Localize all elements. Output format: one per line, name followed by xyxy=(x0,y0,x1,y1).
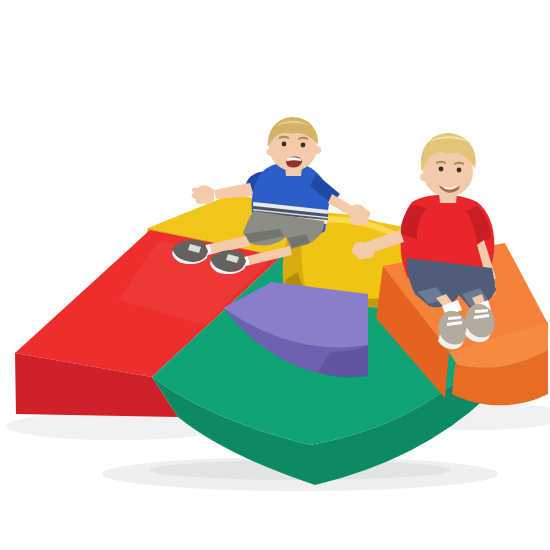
boy-blue-eye-right xyxy=(301,143,306,148)
product-photo xyxy=(0,0,550,550)
boy-red-ear xyxy=(420,173,428,181)
boy-blue-eye-left xyxy=(282,142,287,147)
boy-red-eye-left xyxy=(439,167,444,172)
soft-play-climber-scene xyxy=(0,0,550,550)
boy-red-eye-right xyxy=(457,168,462,173)
boy-blue-ear-right xyxy=(313,146,321,154)
boy-blue-ear-left xyxy=(267,149,274,156)
